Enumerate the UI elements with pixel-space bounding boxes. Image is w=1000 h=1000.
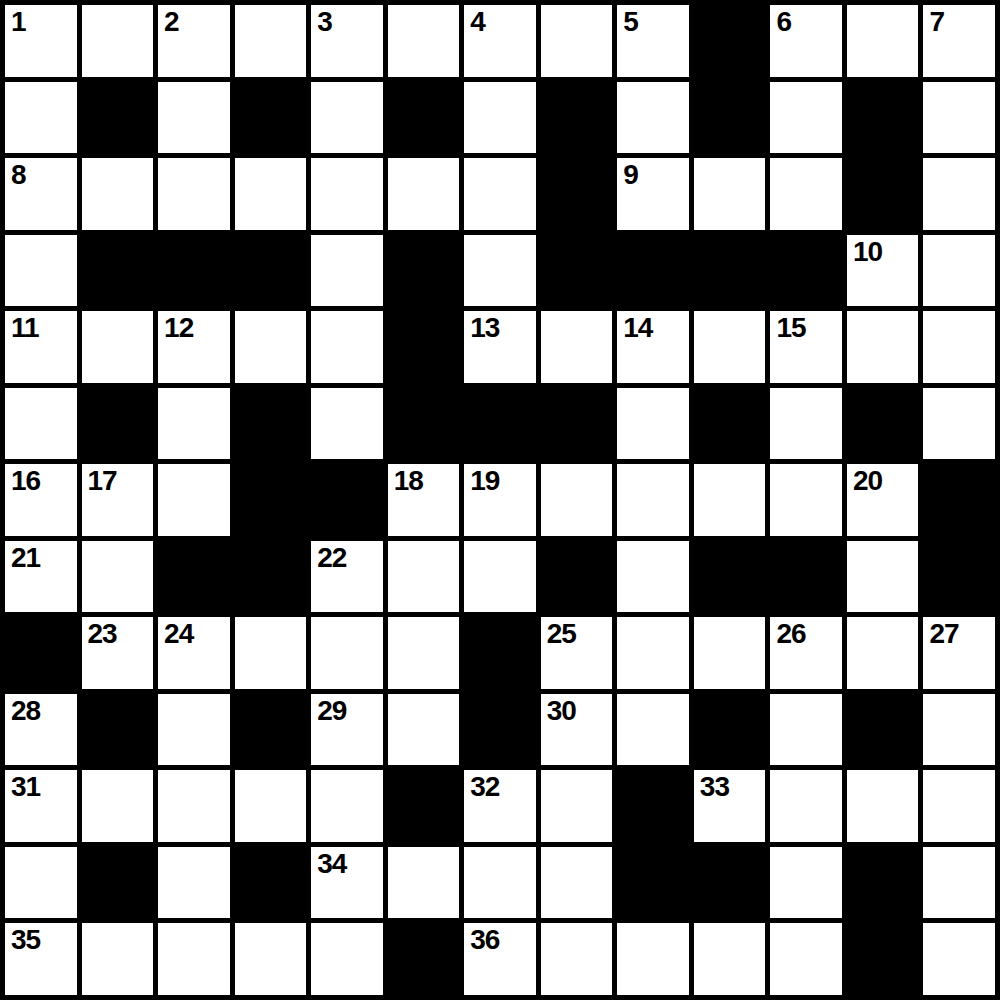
clue-number: 20: [853, 465, 882, 497]
clue-number: 36: [470, 924, 499, 956]
white-cell-r0c3[interactable]: [235, 5, 307, 77]
white-cell-r5c10[interactable]: [770, 388, 842, 460]
clue-number: 11: [11, 312, 39, 344]
clue-number: 21: [11, 542, 40, 574]
black-cell-r5c3: [235, 388, 307, 460]
clue-number: 10: [853, 236, 882, 268]
white-cell-r11c12[interactable]: [923, 847, 995, 919]
clue-number: 34: [317, 848, 346, 880]
black-cell-r9c9: [694, 694, 766, 766]
clue-number: 16: [11, 465, 40, 497]
white-cell-r2c6[interactable]: [464, 158, 536, 230]
white-cell-r10c11[interactable]: [847, 770, 919, 842]
clue-number: 8: [11, 159, 26, 191]
black-cell-r12c5: [388, 923, 460, 995]
white-cell-r3c0[interactable]: [5, 235, 77, 307]
white-cell-r9c0[interactable]: 28: [5, 694, 77, 766]
white-cell-r4c3[interactable]: [235, 311, 307, 383]
white-cell-r12c10[interactable]: [770, 923, 842, 995]
white-cell-r12c4[interactable]: [311, 923, 383, 995]
white-cell-r9c8[interactable]: [617, 694, 689, 766]
black-cell-r3c10: [770, 235, 842, 307]
black-cell-r5c7: [541, 388, 613, 460]
white-cell-r7c4[interactable]: 22: [311, 541, 383, 613]
black-cell-r8c6: [464, 617, 536, 689]
white-cell-r4c10[interactable]: 15: [770, 311, 842, 383]
white-cell-r2c8[interactable]: 9: [617, 158, 689, 230]
black-cell-r2c11: [847, 158, 919, 230]
white-cell-r0c5[interactable]: [388, 5, 460, 77]
white-cell-r3c11[interactable]: 10: [847, 235, 919, 307]
clue-number: 22: [317, 542, 346, 574]
clue-number: 7: [929, 6, 944, 38]
black-cell-r8c0: [5, 617, 77, 689]
white-cell-r9c2[interactable]: [158, 694, 230, 766]
black-cell-r1c5: [388, 82, 460, 154]
white-cell-r4c1[interactable]: [82, 311, 154, 383]
white-cell-r9c7[interactable]: 30: [541, 694, 613, 766]
white-cell-r7c11[interactable]: [847, 541, 919, 613]
white-cell-r10c2[interactable]: [158, 770, 230, 842]
white-cell-r1c10[interactable]: [770, 82, 842, 154]
clue-number: 28: [11, 695, 40, 727]
white-cell-r2c10[interactable]: [770, 158, 842, 230]
white-cell-r6c6[interactable]: 19: [464, 464, 536, 536]
white-cell-r7c1[interactable]: [82, 541, 154, 613]
clue-number: 1: [11, 6, 26, 38]
white-cell-r6c10[interactable]: [770, 464, 842, 536]
black-cell-r3c1: [82, 235, 154, 307]
white-cell-r8c8[interactable]: [617, 617, 689, 689]
clue-number: 25: [547, 618, 576, 650]
white-cell-r5c8[interactable]: [617, 388, 689, 460]
black-cell-r7c2: [158, 541, 230, 613]
clue-number: 27: [929, 618, 958, 650]
clue-number: 26: [776, 618, 805, 650]
crossword-board: 1234567891011121314151617181920212223242…: [0, 0, 1000, 1000]
white-cell-r3c6[interactable]: [464, 235, 536, 307]
black-cell-r3c3: [235, 235, 307, 307]
white-cell-r2c1[interactable]: [82, 158, 154, 230]
clue-number: 32: [470, 771, 499, 803]
white-cell-r9c12[interactable]: [923, 694, 995, 766]
black-cell-r5c5: [388, 388, 460, 460]
black-cell-r3c8: [617, 235, 689, 307]
clue-number: 31: [11, 771, 40, 803]
white-cell-r10c3[interactable]: [235, 770, 307, 842]
white-cell-r12c2[interactable]: [158, 923, 230, 995]
white-cell-r3c4[interactable]: [311, 235, 383, 307]
white-cell-r0c10[interactable]: 6: [770, 5, 842, 77]
white-cell-r1c0[interactable]: [5, 82, 77, 154]
white-cell-r9c10[interactable]: [770, 694, 842, 766]
black-cell-r9c11: [847, 694, 919, 766]
white-cell-r5c2[interactable]: [158, 388, 230, 460]
white-cell-r7c5[interactable]: [388, 541, 460, 613]
black-cell-r6c12: [923, 464, 995, 536]
clue-number: 14: [623, 312, 652, 344]
white-cell-r1c12[interactable]: [923, 82, 995, 154]
white-cell-r6c8[interactable]: [617, 464, 689, 536]
clue-number: 18: [394, 465, 423, 497]
black-cell-r0c9: [694, 5, 766, 77]
black-cell-r7c10: [770, 541, 842, 613]
clue-number: 3: [317, 6, 332, 38]
white-cell-r11c5[interactable]: [388, 847, 460, 919]
white-cell-r8c2[interactable]: 24: [158, 617, 230, 689]
white-cell-r0c11[interactable]: [847, 5, 919, 77]
black-cell-r2c7: [541, 158, 613, 230]
white-cell-r12c0[interactable]: 35: [5, 923, 77, 995]
white-cell-r8c12[interactable]: 27: [923, 617, 995, 689]
white-cell-r2c5[interactable]: [388, 158, 460, 230]
white-cell-r8c1[interactable]: 23: [82, 617, 154, 689]
white-cell-r10c7[interactable]: [541, 770, 613, 842]
white-cell-r11c6[interactable]: [464, 847, 536, 919]
black-cell-r5c6: [464, 388, 536, 460]
black-cell-r11c9: [694, 847, 766, 919]
white-cell-r6c0[interactable]: 16: [5, 464, 77, 536]
white-cell-r10c12[interactable]: [923, 770, 995, 842]
white-cell-r0c0[interactable]: 1: [5, 5, 77, 77]
white-cell-r10c0[interactable]: 31: [5, 770, 77, 842]
white-cell-r2c0[interactable]: 8: [5, 158, 77, 230]
white-cell-r5c4[interactable]: [311, 388, 383, 460]
black-cell-r7c9: [694, 541, 766, 613]
clue-number: 17: [88, 465, 117, 497]
black-cell-r11c3: [235, 847, 307, 919]
black-cell-r5c11: [847, 388, 919, 460]
white-cell-r6c9[interactable]: [694, 464, 766, 536]
black-cell-r11c1: [82, 847, 154, 919]
white-cell-r7c6[interactable]: [464, 541, 536, 613]
white-cell-r4c12[interactable]: [923, 311, 995, 383]
white-cell-r12c6[interactable]: 36: [464, 923, 536, 995]
clue-number: 29: [317, 695, 346, 727]
white-cell-r4c0[interactable]: 11: [5, 311, 77, 383]
clue-number: 4: [470, 6, 485, 38]
black-cell-r9c3: [235, 694, 307, 766]
white-cell-r9c4[interactable]: 29: [311, 694, 383, 766]
black-cell-r9c1: [82, 694, 154, 766]
white-cell-r0c6[interactable]: 4: [464, 5, 536, 77]
white-cell-r12c1[interactable]: [82, 923, 154, 995]
white-cell-r3c12[interactable]: [923, 235, 995, 307]
black-cell-r11c8: [617, 847, 689, 919]
clue-number: 15: [776, 312, 805, 344]
white-cell-r6c7[interactable]: [541, 464, 613, 536]
white-cell-r2c12[interactable]: [923, 158, 995, 230]
black-cell-r10c8: [617, 770, 689, 842]
white-cell-r5c12[interactable]: [923, 388, 995, 460]
white-cell-r6c2[interactable]: [158, 464, 230, 536]
clue-number: 19: [470, 465, 499, 497]
black-cell-r3c5: [388, 235, 460, 307]
white-cell-r8c7[interactable]: 25: [541, 617, 613, 689]
white-cell-r6c11[interactable]: 20: [847, 464, 919, 536]
white-cell-r4c6[interactable]: 13: [464, 311, 536, 383]
white-cell-r4c8[interactable]: 14: [617, 311, 689, 383]
black-cell-r5c9: [694, 388, 766, 460]
black-cell-r11c11: [847, 847, 919, 919]
white-cell-r7c0[interactable]: 21: [5, 541, 77, 613]
clue-number: 5: [623, 6, 638, 38]
white-cell-r4c7[interactable]: [541, 311, 613, 383]
black-cell-r4c5: [388, 311, 460, 383]
white-cell-r12c12[interactable]: [923, 923, 995, 995]
white-cell-r4c2[interactable]: 12: [158, 311, 230, 383]
clue-number: 30: [547, 695, 576, 727]
white-cell-r0c12[interactable]: 7: [923, 5, 995, 77]
white-cell-r11c4[interactable]: 34: [311, 847, 383, 919]
black-cell-r1c9: [694, 82, 766, 154]
black-cell-r7c7: [541, 541, 613, 613]
white-cell-r12c7[interactable]: [541, 923, 613, 995]
black-cell-r3c7: [541, 235, 613, 307]
white-cell-r10c9[interactable]: 33: [694, 770, 766, 842]
white-cell-r8c3[interactable]: [235, 617, 307, 689]
white-cell-r10c1[interactable]: [82, 770, 154, 842]
white-cell-r8c11[interactable]: [847, 617, 919, 689]
black-cell-r1c7: [541, 82, 613, 154]
white-cell-r8c9[interactable]: [694, 617, 766, 689]
white-cell-r2c2[interactable]: [158, 158, 230, 230]
white-cell-r8c10[interactable]: 26: [770, 617, 842, 689]
clue-number: 6: [776, 6, 791, 38]
clue-number: 24: [164, 618, 193, 650]
black-cell-r5c1: [82, 388, 154, 460]
white-cell-r0c2[interactable]: 2: [158, 5, 230, 77]
black-cell-r12c11: [847, 923, 919, 995]
black-cell-r6c4: [311, 464, 383, 536]
white-cell-r1c8[interactable]: [617, 82, 689, 154]
white-cell-r6c1[interactable]: 17: [82, 464, 154, 536]
clue-number: 35: [11, 924, 40, 956]
white-cell-r0c8[interactable]: 5: [617, 5, 689, 77]
clue-number: 12: [164, 312, 193, 344]
white-cell-r2c3[interactable]: [235, 158, 307, 230]
white-cell-r1c4[interactable]: [311, 82, 383, 154]
white-cell-r2c9[interactable]: [694, 158, 766, 230]
white-cell-r8c5[interactable]: [388, 617, 460, 689]
white-cell-r1c2[interactable]: [158, 82, 230, 154]
white-cell-r0c4[interactable]: 3: [311, 5, 383, 77]
white-cell-r9c5[interactable]: [388, 694, 460, 766]
white-cell-r6c5[interactable]: 18: [388, 464, 460, 536]
clue-number: 33: [700, 771, 729, 803]
black-cell-r3c2: [158, 235, 230, 307]
clue-number: 2: [164, 6, 179, 38]
white-cell-r12c8[interactable]: [617, 923, 689, 995]
white-cell-r12c3[interactable]: [235, 923, 307, 995]
white-cell-r7c8[interactable]: [617, 541, 689, 613]
white-cell-r11c0[interactable]: [5, 847, 77, 919]
white-cell-r0c7[interactable]: [541, 5, 613, 77]
white-cell-r4c11[interactable]: [847, 311, 919, 383]
white-cell-r5c0[interactable]: [5, 388, 77, 460]
white-cell-r11c10[interactable]: [770, 847, 842, 919]
white-cell-r10c6[interactable]: 32: [464, 770, 536, 842]
white-cell-r12c9[interactable]: [694, 923, 766, 995]
black-cell-r10c5: [388, 770, 460, 842]
white-cell-r10c10[interactable]: [770, 770, 842, 842]
white-cell-r4c9[interactable]: [694, 311, 766, 383]
clue-number: 23: [88, 618, 117, 650]
black-cell-r1c3: [235, 82, 307, 154]
white-cell-r11c7[interactable]: [541, 847, 613, 919]
white-cell-r10c4[interactable]: [311, 770, 383, 842]
clue-number: 13: [470, 312, 499, 344]
white-cell-r11c2[interactable]: [158, 847, 230, 919]
white-cell-r0c1[interactable]: [82, 5, 154, 77]
black-cell-r3c9: [694, 235, 766, 307]
white-cell-r4c4[interactable]: [311, 311, 383, 383]
black-cell-r7c12: [923, 541, 995, 613]
white-cell-r8c4[interactable]: [311, 617, 383, 689]
black-cell-r1c1: [82, 82, 154, 154]
white-cell-r1c6[interactable]: [464, 82, 536, 154]
black-cell-r9c6: [464, 694, 536, 766]
black-cell-r1c11: [847, 82, 919, 154]
white-cell-r2c4[interactable]: [311, 158, 383, 230]
black-cell-r7c3: [235, 541, 307, 613]
black-cell-r6c3: [235, 464, 307, 536]
clue-number: 9: [623, 159, 638, 191]
